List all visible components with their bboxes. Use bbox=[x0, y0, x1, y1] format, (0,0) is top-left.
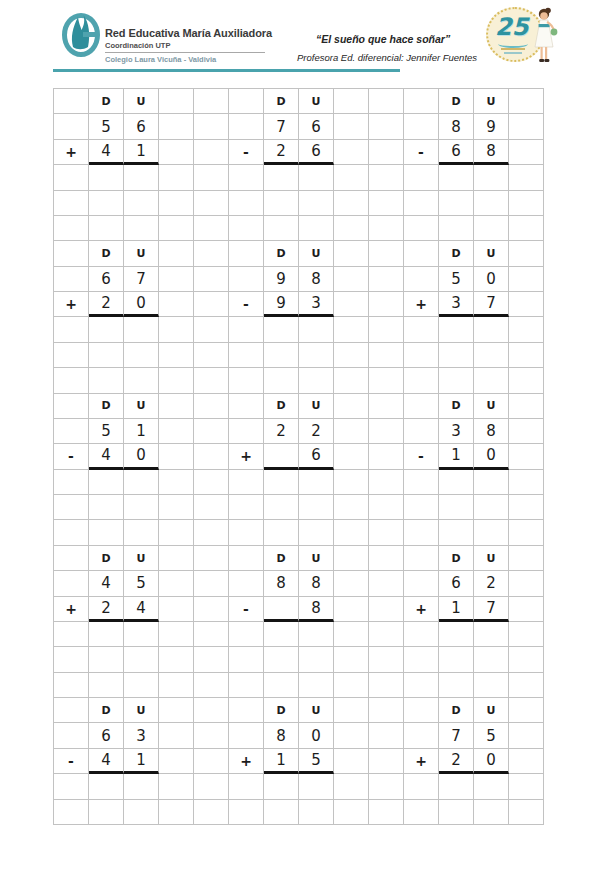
grid-cell bbox=[124, 800, 159, 825]
digit-cell: 6 bbox=[439, 571, 474, 596]
digit-cell: 2 bbox=[299, 419, 334, 444]
grid-cell bbox=[299, 622, 334, 647]
grid-cell bbox=[299, 495, 334, 520]
grid-cell bbox=[124, 647, 159, 672]
grid-cell bbox=[89, 673, 124, 698]
grid-cell bbox=[54, 470, 89, 495]
grid-cell bbox=[299, 368, 334, 393]
grid-cell bbox=[264, 368, 299, 393]
org-name: Red Educativa María Auxiliadora bbox=[105, 27, 305, 39]
place-value-header-d: D bbox=[264, 241, 299, 266]
digit-cell: 2 bbox=[264, 419, 299, 444]
digit-cell-underlined: 4 bbox=[89, 749, 124, 774]
digit-cell-underlined: 3 bbox=[299, 292, 334, 317]
digit-cell: 8 bbox=[299, 267, 334, 292]
grid-cell bbox=[159, 216, 194, 241]
grid-cell bbox=[404, 216, 439, 241]
digit-cell-underlined: 4 bbox=[89, 444, 124, 469]
grid-cell bbox=[299, 470, 334, 495]
digit-cell: 5 bbox=[89, 419, 124, 444]
grid-cell bbox=[404, 495, 439, 520]
grid-cell bbox=[89, 774, 124, 799]
grid-cell bbox=[264, 343, 299, 368]
operator-cell: + bbox=[54, 140, 89, 165]
grid-cell bbox=[54, 698, 89, 723]
grid-cell bbox=[439, 317, 474, 342]
operator-cell: + bbox=[229, 444, 264, 469]
grid-cell bbox=[369, 597, 404, 622]
grid-cell bbox=[334, 495, 369, 520]
grid-cell bbox=[229, 800, 264, 825]
operator-cell: + bbox=[54, 597, 89, 622]
grid-cell bbox=[229, 774, 264, 799]
grid-cell bbox=[509, 444, 544, 469]
grid-cell bbox=[334, 723, 369, 748]
grid-cell bbox=[404, 191, 439, 216]
grid-cell bbox=[439, 191, 474, 216]
grid-cell bbox=[509, 241, 544, 266]
grid-cell bbox=[194, 749, 229, 774]
grid-cell bbox=[509, 647, 544, 672]
place-value-header-d: D bbox=[89, 89, 124, 114]
grid-cell bbox=[124, 470, 159, 495]
grid-cell bbox=[369, 191, 404, 216]
grid-cell bbox=[159, 774, 194, 799]
grid-cell bbox=[159, 698, 194, 723]
grid-cell bbox=[264, 470, 299, 495]
place-value-header-u: U bbox=[474, 698, 509, 723]
place-value-header-u: U bbox=[299, 89, 334, 114]
grid-cell bbox=[369, 368, 404, 393]
grid-cell bbox=[369, 470, 404, 495]
grid-cell bbox=[229, 419, 264, 444]
grid-cell bbox=[509, 165, 544, 190]
operator-cell: - bbox=[54, 749, 89, 774]
digit-cell: 9 bbox=[264, 267, 299, 292]
grid-cell bbox=[474, 191, 509, 216]
grid-cell bbox=[509, 520, 544, 545]
digit-cell-underlined: 2 bbox=[89, 597, 124, 622]
grid-cell bbox=[229, 267, 264, 292]
grid-cell bbox=[334, 394, 369, 419]
grid-cell bbox=[124, 368, 159, 393]
grid-cell bbox=[264, 774, 299, 799]
grid-cell bbox=[264, 191, 299, 216]
place-value-header-d: D bbox=[89, 241, 124, 266]
grid-cell bbox=[334, 292, 369, 317]
org-text-block: Red Educativa María Auxiliadora Coordina… bbox=[105, 27, 305, 64]
grid-cell bbox=[334, 774, 369, 799]
digit-cell: 6 bbox=[89, 267, 124, 292]
grid-cell bbox=[369, 571, 404, 596]
grid-cell bbox=[369, 673, 404, 698]
digit-cell-underlined: 1 bbox=[264, 749, 299, 774]
grid-cell bbox=[159, 368, 194, 393]
place-value-header-u: U bbox=[124, 394, 159, 419]
grid-cell bbox=[369, 140, 404, 165]
grid-cell bbox=[299, 343, 334, 368]
grid-cell bbox=[369, 114, 404, 139]
grid-cell bbox=[369, 723, 404, 748]
place-value-header-d: D bbox=[439, 394, 474, 419]
grid-cell bbox=[159, 292, 194, 317]
digit-cell: 8 bbox=[264, 571, 299, 596]
grid-cell bbox=[334, 622, 369, 647]
grid-cell bbox=[509, 622, 544, 647]
grid-cell bbox=[54, 368, 89, 393]
grid-cell bbox=[404, 241, 439, 266]
digit-cell: 6 bbox=[89, 723, 124, 748]
grid-cell bbox=[89, 520, 124, 545]
grid-cell bbox=[334, 673, 369, 698]
grid-cell bbox=[159, 267, 194, 292]
grid-cell bbox=[439, 368, 474, 393]
grid-cell bbox=[54, 673, 89, 698]
grid-cell bbox=[369, 165, 404, 190]
operator-cell: - bbox=[229, 597, 264, 622]
grid-cell bbox=[369, 216, 404, 241]
anniversary-number: 25 bbox=[495, 13, 528, 41]
grid-cell bbox=[474, 774, 509, 799]
grid-cell bbox=[334, 241, 369, 266]
grid-cell bbox=[474, 368, 509, 393]
grid-cell bbox=[194, 444, 229, 469]
grid-cell bbox=[474, 343, 509, 368]
digit-cell: 4 bbox=[89, 571, 124, 596]
org-subtitle: Coordinación UTP bbox=[105, 41, 305, 50]
grid-cell bbox=[334, 571, 369, 596]
grid-cell bbox=[369, 241, 404, 266]
grid-cell bbox=[509, 368, 544, 393]
grid-cell bbox=[159, 520, 194, 545]
grid-cell bbox=[229, 114, 264, 139]
grid-cell bbox=[334, 597, 369, 622]
grid-cell bbox=[404, 800, 439, 825]
grid-cell bbox=[369, 317, 404, 342]
grid-cell bbox=[334, 419, 369, 444]
grid-cell bbox=[474, 520, 509, 545]
grid-cell bbox=[194, 114, 229, 139]
grid-cell bbox=[439, 622, 474, 647]
grid-cell bbox=[229, 343, 264, 368]
grid-cell bbox=[299, 191, 334, 216]
digit-cell-underlined: 4 bbox=[89, 140, 124, 165]
grid-cell bbox=[54, 165, 89, 190]
grid-cell bbox=[54, 571, 89, 596]
grid-cell bbox=[229, 546, 264, 571]
grid-cell bbox=[194, 89, 229, 114]
grid-cell bbox=[194, 698, 229, 723]
place-value-header-u: U bbox=[474, 394, 509, 419]
grid-cell bbox=[54, 394, 89, 419]
grid-cell bbox=[334, 470, 369, 495]
digit-cell-underlined: 2 bbox=[264, 140, 299, 165]
place-value-header-d: D bbox=[439, 698, 474, 723]
operator-cell: - bbox=[54, 444, 89, 469]
place-value-header-u: U bbox=[124, 89, 159, 114]
grid-cell bbox=[439, 800, 474, 825]
grid-cell bbox=[299, 165, 334, 190]
digit-cell-underlined: 1 bbox=[439, 444, 474, 469]
grid-cell bbox=[54, 647, 89, 672]
grid-cell bbox=[404, 368, 439, 393]
grid-cell bbox=[404, 165, 439, 190]
grid-cell bbox=[124, 622, 159, 647]
digit-cell: 6 bbox=[299, 114, 334, 139]
grid-cell bbox=[159, 89, 194, 114]
grid-cell bbox=[229, 216, 264, 241]
grid-cell bbox=[159, 140, 194, 165]
grid-cell bbox=[474, 673, 509, 698]
grid-cell bbox=[509, 749, 544, 774]
grid-cell bbox=[229, 394, 264, 419]
grid-cell bbox=[369, 800, 404, 825]
grid-cell bbox=[159, 317, 194, 342]
grid-cell bbox=[369, 622, 404, 647]
grid-cell bbox=[509, 673, 544, 698]
teacher-line: Profesora Ed. diferencial: Jennifer Fuen… bbox=[297, 52, 477, 63]
grid-cell bbox=[369, 520, 404, 545]
grid-cell bbox=[404, 89, 439, 114]
grid-cell bbox=[229, 673, 264, 698]
grid-cell bbox=[89, 647, 124, 672]
grid-cell bbox=[299, 317, 334, 342]
grid-cell bbox=[264, 622, 299, 647]
grid-cell bbox=[334, 317, 369, 342]
grid-cell bbox=[509, 597, 544, 622]
digit-cell-underlined: 2 bbox=[89, 292, 124, 317]
grid-cell bbox=[369, 495, 404, 520]
grid-cell bbox=[124, 165, 159, 190]
grid-cell bbox=[369, 89, 404, 114]
grid-cell bbox=[229, 622, 264, 647]
digit-cell: 5 bbox=[124, 571, 159, 596]
grid-cell bbox=[54, 114, 89, 139]
grid-cell bbox=[369, 546, 404, 571]
digit-cell-underlined bbox=[264, 444, 299, 469]
grid-cell bbox=[194, 622, 229, 647]
place-value-header-u: U bbox=[299, 394, 334, 419]
grid-cell bbox=[159, 444, 194, 469]
place-value-header-u: U bbox=[299, 546, 334, 571]
grid-cell bbox=[334, 267, 369, 292]
digit-cell-underlined: 2 bbox=[439, 749, 474, 774]
grid-cell bbox=[509, 114, 544, 139]
grid-cell bbox=[334, 165, 369, 190]
grid-cell bbox=[334, 800, 369, 825]
grid-cell bbox=[334, 444, 369, 469]
grid-cell bbox=[194, 216, 229, 241]
grid-cell bbox=[509, 191, 544, 216]
grid-cell bbox=[54, 89, 89, 114]
grid-cell bbox=[54, 774, 89, 799]
place-value-header-d: D bbox=[264, 698, 299, 723]
grid-cell bbox=[194, 292, 229, 317]
worksheet-page: Red Educativa María Auxiliadora Coordina… bbox=[0, 0, 600, 880]
grid-cell bbox=[229, 495, 264, 520]
grid-cell bbox=[299, 216, 334, 241]
grid-cell bbox=[159, 470, 194, 495]
grid-cell bbox=[509, 140, 544, 165]
digit-cell: 5 bbox=[439, 267, 474, 292]
grid-cell bbox=[439, 673, 474, 698]
grid-cell bbox=[229, 647, 264, 672]
grid-cell bbox=[509, 800, 544, 825]
grid-cell bbox=[89, 368, 124, 393]
grid-cell bbox=[334, 89, 369, 114]
grid-cell bbox=[89, 470, 124, 495]
operator-cell: + bbox=[404, 292, 439, 317]
grid-cell bbox=[474, 647, 509, 672]
grid-cell bbox=[404, 546, 439, 571]
grid-cell bbox=[194, 368, 229, 393]
place-value-header-d: D bbox=[264, 89, 299, 114]
grid-cell bbox=[89, 317, 124, 342]
grid-cell bbox=[54, 546, 89, 571]
place-value-header-d: D bbox=[264, 546, 299, 571]
grid-cell bbox=[509, 571, 544, 596]
grid-cell bbox=[509, 698, 544, 723]
operator-cell: - bbox=[404, 444, 439, 469]
digit-cell: 3 bbox=[124, 723, 159, 748]
place-value-header-u: U bbox=[474, 241, 509, 266]
grid-cell bbox=[369, 394, 404, 419]
digit-cell-underlined: 0 bbox=[124, 444, 159, 469]
digit-cell-underlined: 6 bbox=[299, 444, 334, 469]
grid-cell bbox=[404, 698, 439, 723]
grid-cell bbox=[229, 723, 264, 748]
grid-cell bbox=[404, 723, 439, 748]
grid-cell bbox=[159, 647, 194, 672]
grid-cell bbox=[159, 673, 194, 698]
digit-cell: 6 bbox=[124, 114, 159, 139]
digit-cell: 5 bbox=[89, 114, 124, 139]
motto-text: “El sueño que hace soñar” bbox=[316, 33, 450, 45]
grid-cell bbox=[159, 419, 194, 444]
digit-cell-underlined: 1 bbox=[124, 140, 159, 165]
grid-cell bbox=[194, 241, 229, 266]
grid-cell bbox=[509, 343, 544, 368]
grid-cell bbox=[194, 191, 229, 216]
grid-cell bbox=[124, 191, 159, 216]
grid-cell bbox=[124, 343, 159, 368]
grid-cell bbox=[439, 520, 474, 545]
place-value-header-u: U bbox=[124, 546, 159, 571]
digit-cell: 7 bbox=[439, 723, 474, 748]
digit-cell-underlined: 9 bbox=[264, 292, 299, 317]
grid-cell bbox=[334, 191, 369, 216]
grid-cell bbox=[194, 317, 229, 342]
grid-cell bbox=[334, 546, 369, 571]
grid-cell bbox=[369, 647, 404, 672]
grid-cell bbox=[509, 267, 544, 292]
grid-cell bbox=[124, 495, 159, 520]
digit-cell: 1 bbox=[124, 419, 159, 444]
grid-cell bbox=[509, 216, 544, 241]
grid-cell bbox=[509, 419, 544, 444]
grid-cell bbox=[439, 343, 474, 368]
worksheet-grid: DUDUDU567689+41-26-68DUDUDU679850+20-93+… bbox=[53, 88, 544, 825]
grid-cell bbox=[89, 165, 124, 190]
place-value-header-u: U bbox=[299, 241, 334, 266]
grid-cell bbox=[474, 470, 509, 495]
grid-cell bbox=[89, 343, 124, 368]
grid-cell bbox=[159, 114, 194, 139]
grid-cell bbox=[159, 749, 194, 774]
place-value-header-u: U bbox=[299, 698, 334, 723]
place-value-header-u: U bbox=[124, 698, 159, 723]
grid-cell bbox=[404, 267, 439, 292]
grid-cell bbox=[229, 698, 264, 723]
grid-cell bbox=[194, 597, 229, 622]
grid-cell bbox=[159, 723, 194, 748]
place-value-header-d: D bbox=[439, 89, 474, 114]
grid-cell bbox=[264, 520, 299, 545]
grid-cell bbox=[54, 520, 89, 545]
grid-cell bbox=[54, 241, 89, 266]
digit-cell-underlined: 0 bbox=[474, 444, 509, 469]
grid-cell bbox=[439, 216, 474, 241]
anniversary-ribbon bbox=[498, 40, 528, 48]
grid-cell bbox=[404, 673, 439, 698]
digit-cell: 8 bbox=[299, 571, 334, 596]
digit-cell-underlined: 0 bbox=[124, 292, 159, 317]
grid-cell bbox=[334, 368, 369, 393]
grid-cell bbox=[229, 165, 264, 190]
digit-cell: 7 bbox=[264, 114, 299, 139]
place-value-header-d: D bbox=[89, 698, 124, 723]
grid-cell bbox=[439, 470, 474, 495]
grid-cell bbox=[159, 571, 194, 596]
grid-cell bbox=[124, 774, 159, 799]
grid-cell bbox=[54, 317, 89, 342]
grid-cell bbox=[194, 723, 229, 748]
grid-cell bbox=[334, 343, 369, 368]
grid-cell bbox=[194, 520, 229, 545]
anniversary-decor-line bbox=[501, 48, 525, 50]
grid-cell bbox=[404, 571, 439, 596]
grid-cell bbox=[334, 140, 369, 165]
grid-cell bbox=[159, 394, 194, 419]
grid-cell bbox=[124, 520, 159, 545]
digit-cell: 3 bbox=[439, 419, 474, 444]
grid-cell bbox=[159, 546, 194, 571]
digit-cell: 7 bbox=[124, 267, 159, 292]
grid-cell bbox=[89, 622, 124, 647]
grid-cell bbox=[229, 571, 264, 596]
digit-cell-underlined bbox=[264, 597, 299, 622]
grid-cell bbox=[264, 495, 299, 520]
grid-cell bbox=[159, 165, 194, 190]
anniversary-decor-line bbox=[504, 52, 522, 54]
grid-cell bbox=[404, 114, 439, 139]
grid-cell bbox=[194, 673, 229, 698]
digit-cell-underlined: 8 bbox=[474, 140, 509, 165]
grid-cell bbox=[334, 647, 369, 672]
digit-cell-underlined: 0 bbox=[474, 749, 509, 774]
grid-cell bbox=[334, 749, 369, 774]
grid-cell bbox=[54, 216, 89, 241]
grid-cell bbox=[299, 673, 334, 698]
grid-cell bbox=[334, 520, 369, 545]
grid-cell bbox=[194, 800, 229, 825]
digit-cell-underlined: 8 bbox=[299, 597, 334, 622]
operator-cell: - bbox=[229, 292, 264, 317]
grid-cell bbox=[54, 800, 89, 825]
place-value-header-d: D bbox=[89, 394, 124, 419]
grid-cell bbox=[264, 800, 299, 825]
grid-cell bbox=[369, 292, 404, 317]
